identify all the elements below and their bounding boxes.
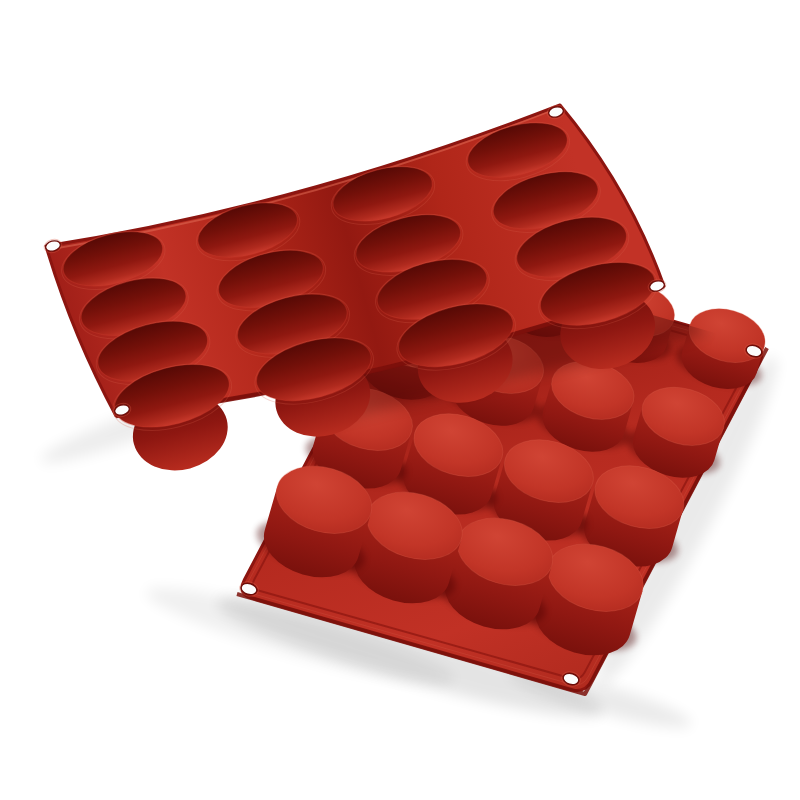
product-photo [0, 0, 800, 800]
photo-canvas [0, 0, 800, 800]
